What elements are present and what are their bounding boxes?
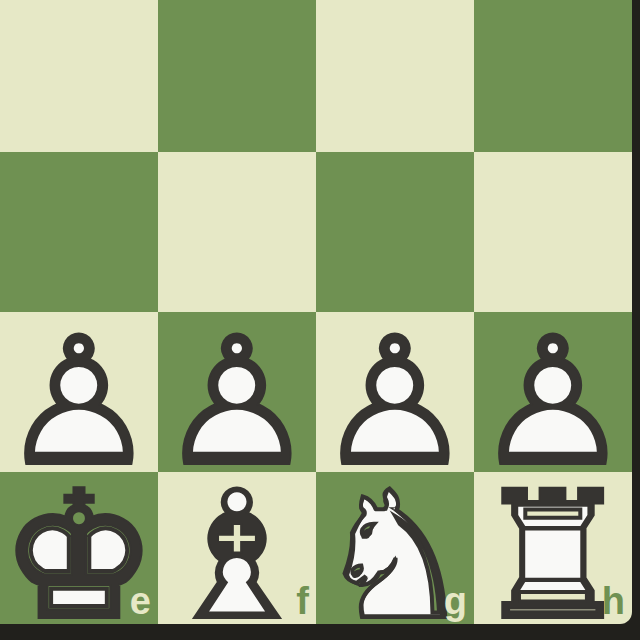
square-g2[interactable]: ♟ ♙ xyxy=(316,312,474,472)
piece-fill: ♟ xyxy=(0,323,158,483)
piece-outline: ♙ xyxy=(158,323,316,483)
file-label-h: h xyxy=(602,582,625,620)
square-e4[interactable] xyxy=(0,0,158,152)
square-g1[interactable]: ♞ ♘ g xyxy=(316,472,474,624)
square-e3[interactable] xyxy=(0,152,158,312)
white-pawn-icon[interactable]: ♟ ♙ xyxy=(158,312,316,472)
piece-fill: ♟ xyxy=(158,323,316,483)
square-h1[interactable]: ♜ ♖ h xyxy=(474,472,632,624)
square-g3[interactable] xyxy=(316,152,474,312)
file-label-g: g xyxy=(444,582,467,620)
piece-outline: ♙ xyxy=(316,323,474,483)
file-label-f: f xyxy=(296,582,309,620)
chess-board: ♟ ♙ ♟ ♙ ♟ ♙ ♟ ♙ ♚ ♔ xyxy=(0,0,632,624)
square-h4[interactable] xyxy=(474,0,632,152)
square-f2[interactable]: ♟ ♙ xyxy=(158,312,316,472)
piece-outline: ♙ xyxy=(0,323,158,483)
white-pawn-icon[interactable]: ♟ ♙ xyxy=(0,312,158,472)
piece-fill: ♝ xyxy=(158,481,316,624)
white-bishop-icon[interactable]: ♝ ♗ xyxy=(158,472,316,624)
square-f3[interactable] xyxy=(158,152,316,312)
white-pawn-icon[interactable]: ♟ ♙ xyxy=(474,312,632,472)
white-pawn-icon[interactable]: ♟ ♙ xyxy=(316,312,474,472)
square-e2[interactable]: ♟ ♙ xyxy=(0,312,158,472)
piece-fill: ♟ xyxy=(474,323,632,483)
app-background: ♟ ♙ ♟ ♙ ♟ ♙ ♟ ♙ ♚ ♔ xyxy=(0,0,640,640)
file-label-e: e xyxy=(130,582,151,620)
piece-outline: ♙ xyxy=(474,323,632,483)
square-h2[interactable]: ♟ ♙ xyxy=(474,312,632,472)
square-g4[interactable] xyxy=(316,0,474,152)
square-f1[interactable]: ♝ ♗ f xyxy=(158,472,316,624)
square-h3[interactable] xyxy=(474,152,632,312)
square-f4[interactable] xyxy=(158,0,316,152)
piece-outline: ♗ xyxy=(158,481,316,624)
square-e1[interactable]: ♚ ♔ e xyxy=(0,472,158,624)
page-background-bottom-strip xyxy=(0,624,640,640)
piece-fill: ♟ xyxy=(316,323,474,483)
page-background-right-strip xyxy=(632,0,640,640)
